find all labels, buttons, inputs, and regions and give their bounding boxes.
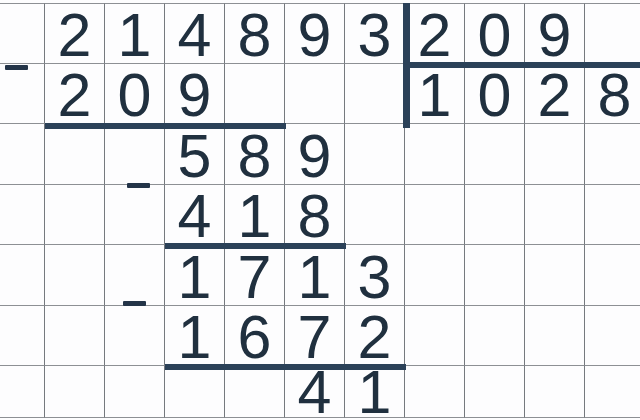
empty-cell bbox=[345, 124, 405, 185]
empty-cell bbox=[0, 245, 45, 306]
digit-cell-r0c5: 9 bbox=[285, 3, 345, 64]
digit-cell-r3c5: 8 bbox=[285, 185, 345, 245]
subtraction-underline-209 bbox=[45, 123, 286, 129]
digit-cell-r0c7: 2 bbox=[405, 3, 465, 64]
empty-cell bbox=[105, 245, 165, 306]
digit-cell-r1c8: 0 bbox=[465, 64, 525, 124]
digit-cell-r5c5: 7 bbox=[285, 306, 345, 366]
digit-cell-r4c4: 7 bbox=[225, 245, 285, 306]
empty-cell bbox=[585, 185, 640, 245]
empty-cell bbox=[105, 185, 165, 245]
subtraction-underline-418 bbox=[165, 243, 346, 249]
empty-cell bbox=[105, 124, 165, 185]
empty-cell bbox=[585, 124, 640, 185]
empty-cell bbox=[0, 3, 45, 64]
empty-cell bbox=[465, 124, 525, 185]
empty-cell bbox=[0, 124, 45, 185]
empty-cell bbox=[465, 306, 525, 366]
empty-cell bbox=[105, 306, 165, 366]
empty-cell bbox=[345, 185, 405, 245]
empty-cell bbox=[225, 64, 285, 124]
digit-cell-r1c7: 1 bbox=[405, 64, 465, 124]
empty-cell bbox=[465, 245, 525, 306]
digit-cell-r4c6: 3 bbox=[345, 245, 405, 306]
digit-cell-r0c2: 1 bbox=[105, 3, 165, 64]
digit-cell-r5c6: 2 bbox=[345, 306, 405, 366]
empty-cell bbox=[525, 306, 585, 366]
empty-cell bbox=[405, 306, 465, 366]
empty-cell bbox=[45, 245, 105, 306]
minus-sign-1 bbox=[5, 65, 28, 70]
digit-cell-r6c5: 4 bbox=[285, 366, 345, 418]
digit-cell-r3c3: 4 bbox=[165, 185, 225, 245]
digit-cell-r1c3: 9 bbox=[165, 64, 225, 124]
digit-cell-r2c5: 9 bbox=[285, 124, 345, 185]
empty-cell bbox=[405, 124, 465, 185]
empty-cell bbox=[585, 366, 640, 418]
digit-cell-r4c3: 1 bbox=[165, 245, 225, 306]
digit-cell-r1c10: 8 bbox=[585, 64, 640, 124]
empty-cell bbox=[0, 185, 45, 245]
empty-cell bbox=[45, 185, 105, 245]
empty-cell bbox=[0, 64, 45, 124]
digit-cell-r0c1: 2 bbox=[45, 3, 105, 64]
empty-cell bbox=[165, 366, 225, 418]
digit-cell-r1c9: 2 bbox=[525, 64, 585, 124]
digit-cell-r6c6: 1 bbox=[345, 366, 405, 418]
digit-cell-r0c4: 8 bbox=[225, 3, 285, 64]
empty-cell bbox=[285, 64, 345, 124]
digit-cell-r0c6: 3 bbox=[345, 3, 405, 64]
empty-cell bbox=[105, 366, 165, 418]
minus-sign-3 bbox=[123, 301, 146, 306]
digit-cell-r2c4: 8 bbox=[225, 124, 285, 185]
digit-cell-r5c4: 6 bbox=[225, 306, 285, 366]
empty-cell bbox=[405, 245, 465, 306]
digit-cell-r0c3: 4 bbox=[165, 3, 225, 64]
empty-cell bbox=[0, 366, 45, 418]
empty-cell bbox=[525, 245, 585, 306]
division-bracket-horizontal-bar bbox=[403, 62, 640, 68]
empty-cell bbox=[225, 366, 285, 418]
empty-cell bbox=[345, 64, 405, 124]
digit-cell-r4c5: 1 bbox=[285, 245, 345, 306]
minus-sign-2 bbox=[127, 183, 150, 188]
digit-cell-r0c9: 9 bbox=[525, 3, 585, 64]
digit-cell-r5c3: 1 bbox=[165, 306, 225, 366]
empty-cell bbox=[525, 366, 585, 418]
empty-cell bbox=[45, 366, 105, 418]
empty-cell bbox=[525, 124, 585, 185]
digit-cell-r0c8: 0 bbox=[465, 3, 525, 64]
digit-cell-r3c4: 1 bbox=[225, 185, 285, 245]
empty-cell bbox=[585, 3, 640, 64]
empty-cell bbox=[525, 185, 585, 245]
empty-cell bbox=[465, 366, 525, 418]
digit-cell-r2c3: 5 bbox=[165, 124, 225, 185]
empty-cell bbox=[45, 124, 105, 185]
empty-cell bbox=[405, 185, 465, 245]
empty-cell bbox=[45, 306, 105, 366]
empty-cell bbox=[0, 306, 45, 366]
digit-cell-r1c2: 0 bbox=[105, 64, 165, 124]
empty-cell bbox=[585, 245, 640, 306]
empty-cell bbox=[405, 366, 465, 418]
empty-cell bbox=[465, 185, 525, 245]
empty-cell bbox=[585, 306, 640, 366]
digit-cell-r1c1: 2 bbox=[45, 64, 105, 124]
subtraction-underline-1672 bbox=[165, 364, 406, 370]
